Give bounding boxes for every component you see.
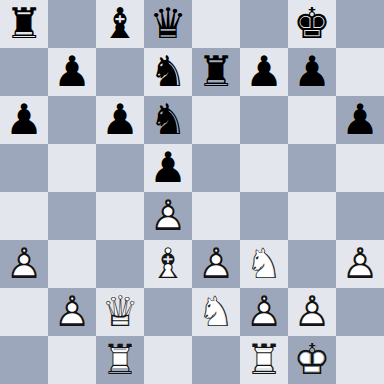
white-knight-outline-glyph: ♘ (192, 288, 240, 336)
square-a5[interactable] (0, 144, 48, 192)
square-b1[interactable] (48, 336, 96, 384)
square-a6[interactable]: ♟ (0, 96, 48, 144)
square-h3[interactable]: ♟♙ (336, 240, 384, 288)
white-pawn-outline-glyph: ♙ (0, 240, 48, 288)
white-bishop-icon: ♝♗ (144, 240, 192, 288)
black-pawn-icon: ♟ (48, 48, 96, 96)
square-f8[interactable] (240, 0, 288, 48)
square-d3[interactable]: ♝♗ (144, 240, 192, 288)
white-pawn-outline-glyph: ♙ (336, 240, 384, 288)
black-pawn-icon: ♟ (96, 96, 144, 144)
square-d4[interactable]: ♟♙ (144, 192, 192, 240)
chess-board: ♜♝♛♚♟♞♜♟♟♟♟♞♟♟♟♙♟♙♝♗♟♙♞♘♟♙♟♙♛♕♞♘♟♙♟♙♜♖♜♖… (0, 0, 384, 384)
square-f5[interactable] (240, 144, 288, 192)
square-a2[interactable] (0, 288, 48, 336)
square-a4[interactable] (0, 192, 48, 240)
white-bishop-outline-glyph: ♗ (144, 240, 192, 288)
white-king-icon: ♚♔ (288, 336, 336, 384)
square-c3[interactable] (96, 240, 144, 288)
black-pawn-icon: ♟ (240, 48, 288, 96)
black-pawn-icon: ♟ (144, 144, 192, 192)
white-pawn-icon: ♟♙ (0, 240, 48, 288)
square-e6[interactable] (192, 96, 240, 144)
square-h1[interactable] (336, 336, 384, 384)
square-f3[interactable]: ♞♘ (240, 240, 288, 288)
square-d1[interactable] (144, 336, 192, 384)
square-g1[interactable]: ♚♔ (288, 336, 336, 384)
square-b6[interactable] (48, 96, 96, 144)
square-b5[interactable] (48, 144, 96, 192)
square-d5[interactable]: ♟ (144, 144, 192, 192)
square-h6[interactable]: ♟ (336, 96, 384, 144)
square-b8[interactable] (48, 0, 96, 48)
white-pawn-icon: ♟♙ (48, 288, 96, 336)
square-f2[interactable]: ♟♙ (240, 288, 288, 336)
black-pawn-icon: ♟ (0, 96, 48, 144)
square-b7[interactable]: ♟ (48, 48, 96, 96)
black-rook-icon: ♜ (192, 48, 240, 96)
square-h5[interactable] (336, 144, 384, 192)
white-rook-outline-glyph: ♖ (96, 336, 144, 384)
square-g3[interactable] (288, 240, 336, 288)
white-pawn-outline-glyph: ♙ (288, 288, 336, 336)
white-rook-icon: ♜♖ (96, 336, 144, 384)
square-g5[interactable] (288, 144, 336, 192)
square-h7[interactable] (336, 48, 384, 96)
black-king-icon: ♚ (288, 0, 336, 48)
square-g2[interactable]: ♟♙ (288, 288, 336, 336)
square-g8[interactable]: ♚ (288, 0, 336, 48)
white-knight-icon: ♞♘ (192, 288, 240, 336)
black-knight-icon: ♞ (144, 48, 192, 96)
white-knight-outline-glyph: ♘ (240, 240, 288, 288)
square-e3[interactable]: ♟♙ (192, 240, 240, 288)
white-pawn-outline-glyph: ♙ (48, 288, 96, 336)
square-e5[interactable] (192, 144, 240, 192)
square-f4[interactable] (240, 192, 288, 240)
square-a1[interactable] (0, 336, 48, 384)
square-d6[interactable]: ♞ (144, 96, 192, 144)
square-c4[interactable] (96, 192, 144, 240)
black-pawn-icon: ♟ (336, 96, 384, 144)
square-a3[interactable]: ♟♙ (0, 240, 48, 288)
square-e7[interactable]: ♜ (192, 48, 240, 96)
white-queen-icon: ♛♕ (96, 288, 144, 336)
white-pawn-icon: ♟♙ (192, 240, 240, 288)
square-c6[interactable]: ♟ (96, 96, 144, 144)
square-e2[interactable]: ♞♘ (192, 288, 240, 336)
black-bishop-icon: ♝ (96, 0, 144, 48)
square-h8[interactable] (336, 0, 384, 48)
white-pawn-icon: ♟♙ (240, 288, 288, 336)
white-rook-outline-glyph: ♖ (240, 336, 288, 384)
square-c2[interactable]: ♛♕ (96, 288, 144, 336)
white-queen-outline-glyph: ♕ (96, 288, 144, 336)
white-knight-icon: ♞♘ (240, 240, 288, 288)
square-e1[interactable] (192, 336, 240, 384)
black-pawn-icon: ♟ (288, 48, 336, 96)
square-g7[interactable]: ♟ (288, 48, 336, 96)
square-h4[interactable] (336, 192, 384, 240)
square-a7[interactable] (0, 48, 48, 96)
black-knight-icon: ♞ (144, 96, 192, 144)
square-d8[interactable]: ♛ (144, 0, 192, 48)
black-rook-icon: ♜ (0, 0, 48, 48)
square-g4[interactable] (288, 192, 336, 240)
white-pawn-outline-glyph: ♙ (240, 288, 288, 336)
square-d7[interactable]: ♞ (144, 48, 192, 96)
square-e8[interactable] (192, 0, 240, 48)
square-c5[interactable] (96, 144, 144, 192)
black-queen-icon: ♛ (144, 0, 192, 48)
square-f7[interactable]: ♟ (240, 48, 288, 96)
white-rook-icon: ♜♖ (240, 336, 288, 384)
square-c8[interactable]: ♝ (96, 0, 144, 48)
square-c7[interactable] (96, 48, 144, 96)
square-b3[interactable] (48, 240, 96, 288)
white-pawn-icon: ♟♙ (336, 240, 384, 288)
square-g6[interactable] (288, 96, 336, 144)
white-pawn-icon: ♟♙ (288, 288, 336, 336)
square-b4[interactable] (48, 192, 96, 240)
square-h2[interactable] (336, 288, 384, 336)
white-pawn-outline-glyph: ♙ (144, 192, 192, 240)
square-f1[interactable]: ♜♖ (240, 336, 288, 384)
square-d2[interactable] (144, 288, 192, 336)
white-pawn-outline-glyph: ♙ (192, 240, 240, 288)
white-king-outline-glyph: ♔ (288, 336, 336, 384)
square-f6[interactable] (240, 96, 288, 144)
white-pawn-icon: ♟♙ (144, 192, 192, 240)
square-a8[interactable]: ♜ (0, 0, 48, 48)
square-b2[interactable]: ♟♙ (48, 288, 96, 336)
square-e4[interactable] (192, 192, 240, 240)
square-c1[interactable]: ♜♖ (96, 336, 144, 384)
